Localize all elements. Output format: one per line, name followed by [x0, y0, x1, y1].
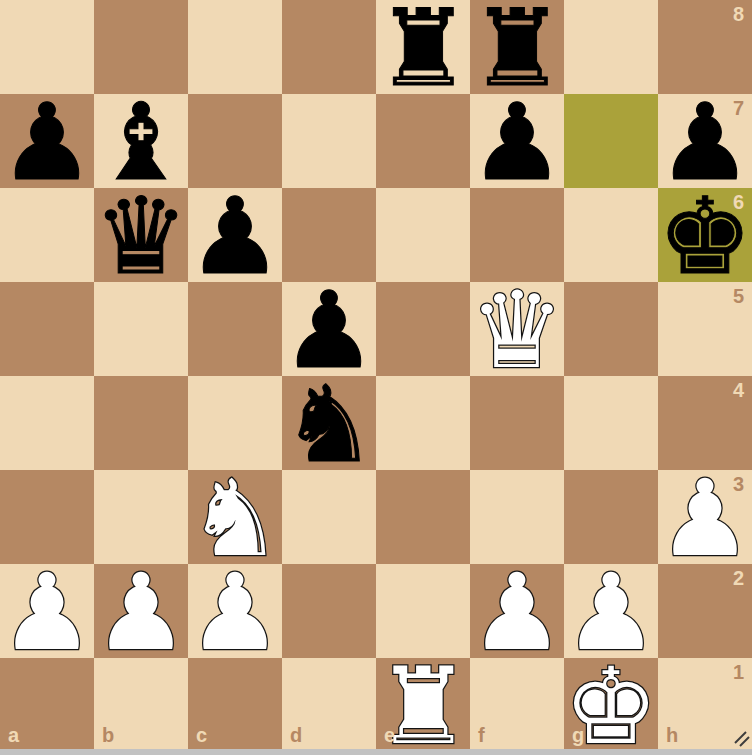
square-g3[interactable] [564, 470, 658, 564]
square-e8[interactable]: ♜ [376, 0, 470, 94]
square-b2[interactable]: ♟ [94, 564, 188, 658]
square-f8[interactable]: ♜ [470, 0, 564, 94]
black-pawn[interactable]: ♟ [0, 96, 94, 190]
square-a2[interactable]: ♟ [0, 564, 94, 658]
rank-label-1: 1 [733, 662, 744, 682]
square-d4[interactable]: ♞ [282, 376, 376, 470]
square-c4[interactable] [188, 376, 282, 470]
rank-label-7: 7 [733, 98, 744, 118]
square-f3[interactable] [470, 470, 564, 564]
square-c8[interactable] [188, 0, 282, 94]
square-f7[interactable]: ♟ [470, 94, 564, 188]
black-rook[interactable]: ♜ [376, 2, 470, 96]
square-d6[interactable] [282, 188, 376, 282]
rank-label-2: 2 [733, 568, 744, 588]
file-label-c: c [196, 725, 207, 745]
file-label-b: b [102, 725, 114, 745]
square-g8[interactable] [564, 0, 658, 94]
square-d8[interactable] [282, 0, 376, 94]
square-d1[interactable]: d [282, 658, 376, 752]
square-c6[interactable]: ♟ [188, 188, 282, 282]
square-g7[interactable] [564, 94, 658, 188]
square-e4[interactable] [376, 376, 470, 470]
square-f2[interactable]: ♟ [470, 564, 564, 658]
square-g1[interactable]: ♚g [564, 658, 658, 752]
white-pawn[interactable]: ♟ [94, 566, 188, 660]
square-e1[interactable]: ♜e [376, 658, 470, 752]
square-f5[interactable]: ♛ [470, 282, 564, 376]
file-label-g: g [572, 725, 584, 745]
rank-label-4: 4 [733, 380, 744, 400]
horizontal-scrollbar[interactable] [0, 749, 752, 755]
rank-label-5: 5 [733, 286, 744, 306]
square-g5[interactable] [564, 282, 658, 376]
black-queen[interactable]: ♛ [94, 190, 188, 284]
square-h6[interactable]: ♚6 [658, 188, 752, 282]
square-g6[interactable] [564, 188, 658, 282]
black-knight[interactable]: ♞ [282, 378, 376, 472]
file-label-h: h [666, 725, 678, 745]
square-c3[interactable]: ♞ [188, 470, 282, 564]
square-d2[interactable] [282, 564, 376, 658]
square-e5[interactable] [376, 282, 470, 376]
white-pawn[interactable]: ♟ [470, 566, 564, 660]
square-b3[interactable] [94, 470, 188, 564]
square-a7[interactable]: ♟ [0, 94, 94, 188]
square-b4[interactable] [94, 376, 188, 470]
square-g4[interactable] [564, 376, 658, 470]
white-pawn[interactable]: ♟ [0, 566, 94, 660]
square-d7[interactable] [282, 94, 376, 188]
board-resize-grip-icon[interactable] [734, 731, 750, 747]
white-pawn[interactable]: ♟ [188, 566, 282, 660]
square-a8[interactable] [0, 0, 94, 94]
square-e6[interactable] [376, 188, 470, 282]
square-e3[interactable] [376, 470, 470, 564]
black-pawn[interactable]: ♟ [470, 96, 564, 190]
white-queen[interactable]: ♛ [470, 284, 564, 378]
square-h7[interactable]: ♟7 [658, 94, 752, 188]
rank-label-3: 3 [733, 474, 744, 494]
square-h4[interactable]: 4 [658, 376, 752, 470]
rank-label-8: 8 [733, 4, 744, 24]
square-g2[interactable]: ♟ [564, 564, 658, 658]
file-label-f: f [478, 725, 485, 745]
file-label-e: e [384, 725, 395, 745]
square-d5[interactable]: ♟ [282, 282, 376, 376]
file-label-d: d [290, 725, 302, 745]
square-e2[interactable] [376, 564, 470, 658]
page: ♜♜8♟♝♟♟7♛♟♚6♟♛5♞4♞♟3♟♟♟♟♟2abcd♜ef♚gh1 [0, 0, 752, 755]
black-pawn[interactable]: ♟ [188, 190, 282, 284]
square-b8[interactable] [94, 0, 188, 94]
file-label-a: a [8, 725, 19, 745]
square-h3[interactable]: ♟3 [658, 470, 752, 564]
square-c7[interactable] [188, 94, 282, 188]
square-b6[interactable]: ♛ [94, 188, 188, 282]
square-a4[interactable] [0, 376, 94, 470]
square-b7[interactable]: ♝ [94, 94, 188, 188]
square-a5[interactable] [0, 282, 94, 376]
square-a3[interactable] [0, 470, 94, 564]
rank-label-6: 6 [733, 192, 744, 212]
square-c2[interactable]: ♟ [188, 564, 282, 658]
chess-board: ♜♜8♟♝♟♟7♛♟♚6♟♛5♞4♞♟3♟♟♟♟♟2abcd♜ef♚gh1 [0, 0, 752, 752]
square-h8[interactable]: 8 [658, 0, 752, 94]
